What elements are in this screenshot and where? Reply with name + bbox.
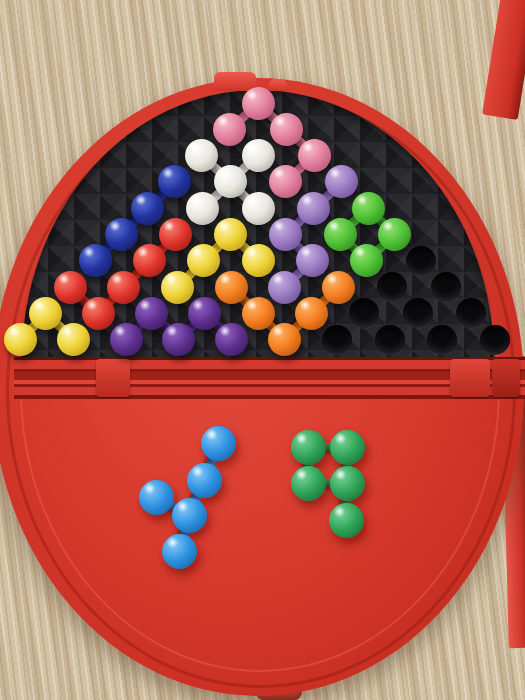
- ball-orange-r9c5[interactable]: [268, 323, 301, 356]
- ball-pink-r1c1[interactable]: [270, 113, 303, 146]
- empty-hole-r9c8: [427, 325, 457, 355]
- photo-scene: [0, 0, 525, 700]
- ball-yellow-r9c0[interactable]: [4, 323, 37, 356]
- empty-hole-r7c7: [431, 272, 461, 302]
- empty-hole-r7c6: [377, 272, 407, 302]
- ball-red-r6c1[interactable]: [133, 244, 166, 277]
- ball-navy-blue-r3c0[interactable]: [158, 165, 191, 198]
- ball-red-r7c1[interactable]: [107, 271, 140, 304]
- ball-navy-blue-r6c0[interactable]: [79, 244, 112, 277]
- medium-green-piece-ball-4[interactable]: [329, 503, 364, 538]
- ball-lavender-r6c4[interactable]: [296, 244, 329, 277]
- ball-pink-r1c0[interactable]: [213, 113, 246, 146]
- empty-hole-r9c6: [322, 325, 352, 355]
- ball-bright-green-r5c4[interactable]: [324, 218, 357, 251]
- ball-orange-r7c5[interactable]: [322, 271, 355, 304]
- ball-white-r4c2[interactable]: [242, 192, 275, 225]
- ball-navy-blue-r5c0[interactable]: [105, 218, 138, 251]
- ball-yellow-r5c2[interactable]: [214, 218, 247, 251]
- ball-lavender-r5c3[interactable]: [269, 218, 302, 251]
- medium-green-piece-ball-1[interactable]: [330, 430, 365, 465]
- azure-blue-piece-ball-3[interactable]: [172, 498, 207, 533]
- ball-white-r4c1[interactable]: [186, 192, 219, 225]
- ball-yellow-r8c0[interactable]: [29, 297, 62, 330]
- ball-navy-blue-r4c0[interactable]: [131, 192, 164, 225]
- ball-dark-purple-r9c4[interactable]: [215, 323, 248, 356]
- ball-dark-purple-r9c3[interactable]: [162, 323, 195, 356]
- ball-orange-r8c5[interactable]: [295, 297, 328, 330]
- ball-red-r8c1[interactable]: [82, 297, 115, 330]
- ball-yellow-r6c2[interactable]: [187, 244, 220, 277]
- azure-blue-piece-ball-1[interactable]: [187, 463, 222, 498]
- empty-hole-r9c9: [480, 325, 510, 355]
- empty-hole-r8c6: [349, 298, 379, 328]
- medium-green-piece-ball-2[interactable]: [291, 466, 326, 501]
- azure-blue-piece-ball-0[interactable]: [201, 426, 236, 461]
- empty-hole-r6c6: [406, 246, 436, 276]
- ball-yellow-r7c2[interactable]: [161, 271, 194, 304]
- ball-red-r5c1[interactable]: [159, 218, 192, 251]
- empty-hole-r9c7: [375, 325, 405, 355]
- empty-hole-r8c7: [403, 298, 433, 328]
- board-pieces-layer: [0, 0, 525, 700]
- ball-pink-r0c0[interactable]: [242, 87, 275, 120]
- azure-blue-piece-ball-2[interactable]: [139, 480, 174, 515]
- medium-green-piece-ball-3[interactable]: [330, 466, 365, 501]
- ball-lavender-r4c3[interactable]: [297, 192, 330, 225]
- medium-green-piece-ball-0[interactable]: [291, 430, 326, 465]
- ball-bright-green-r4c4[interactable]: [352, 192, 385, 225]
- ball-red-r7c0[interactable]: [54, 271, 87, 304]
- ball-bright-green-r5c5[interactable]: [378, 218, 411, 251]
- empty-hole-r8c8: [456, 298, 486, 328]
- ball-yellow-r6c3[interactable]: [242, 244, 275, 277]
- ball-white-r3c1[interactable]: [214, 165, 247, 198]
- ball-pink-r3c2[interactable]: [269, 165, 302, 198]
- azure-blue-piece-ball-4[interactable]: [162, 534, 197, 569]
- ball-pink-r2c2[interactable]: [298, 139, 331, 172]
- ball-orange-r7c3[interactable]: [215, 271, 248, 304]
- ball-white-r2c1[interactable]: [242, 139, 275, 172]
- ball-dark-purple-r8c2[interactable]: [135, 297, 168, 330]
- ball-yellow-r9c1[interactable]: [57, 323, 90, 356]
- ball-lavender-r7c4[interactable]: [268, 271, 301, 304]
- ball-orange-r8c4[interactable]: [242, 297, 275, 330]
- ball-bright-green-r6c5[interactable]: [350, 244, 383, 277]
- ball-dark-purple-r9c2[interactable]: [110, 323, 143, 356]
- ball-dark-purple-r8c3[interactable]: [188, 297, 221, 330]
- ball-lavender-r3c3[interactable]: [325, 165, 358, 198]
